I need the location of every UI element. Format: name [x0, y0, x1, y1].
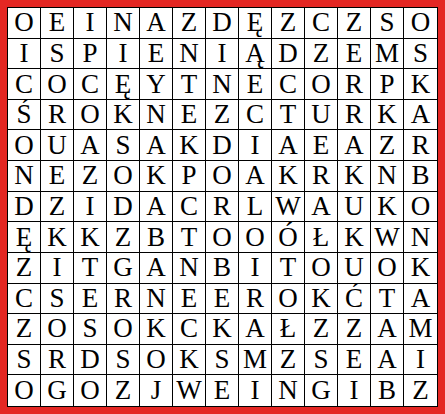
- grid-cell[interactable]: K: [338, 222, 371, 253]
- grid-cell[interactable]: Z: [305, 314, 338, 345]
- grid-cell[interactable]: S: [404, 39, 437, 70]
- grid-cell[interactable]: K: [272, 161, 305, 192]
- grid-cell[interactable]: I: [8, 39, 41, 70]
- grid-cell[interactable]: Z: [8, 314, 41, 345]
- grid-cell[interactable]: D: [107, 192, 140, 223]
- grid-cell[interactable]: N: [173, 253, 206, 284]
- grid-cell[interactable]: G: [107, 253, 140, 284]
- grid-cell[interactable]: K: [74, 222, 107, 253]
- grid-cell[interactable]: Ą: [239, 39, 272, 70]
- grid-cell[interactable]: U: [305, 100, 338, 131]
- grid-cell[interactable]: C: [305, 8, 338, 39]
- grid-cell[interactable]: O: [371, 253, 404, 284]
- grid-cell[interactable]: I: [206, 39, 239, 70]
- grid-cell[interactable]: E: [305, 130, 338, 161]
- grid-cell[interactable]: R: [107, 284, 140, 315]
- grid-cell[interactable]: K: [371, 192, 404, 223]
- grid-cell[interactable]: O: [272, 284, 305, 315]
- grid-cell[interactable]: O: [140, 345, 173, 376]
- word-search-board: OEINAZDĘZCZSOISPIENIĄDZEMSCOCĘYTNECORPKŚ…: [0, 0, 445, 414]
- grid-cell[interactable]: O: [305, 253, 338, 284]
- grid-cell[interactable]: K: [404, 253, 437, 284]
- grid-cell[interactable]: O: [107, 161, 140, 192]
- grid-cell[interactable]: Ł: [305, 222, 338, 253]
- grid-cell[interactable]: O: [74, 375, 107, 406]
- grid-cell[interactable]: G: [41, 375, 74, 406]
- grid-cell[interactable]: O: [8, 8, 41, 39]
- grid-cell[interactable]: K: [107, 100, 140, 131]
- grid-cell[interactable]: B: [404, 161, 437, 192]
- grid-cell[interactable]: O: [41, 314, 74, 345]
- grid-cell[interactable]: R: [338, 69, 371, 100]
- grid-cell[interactable]: I: [107, 39, 140, 70]
- grid-cell[interactable]: I: [404, 345, 437, 376]
- grid-cell[interactable]: D: [8, 192, 41, 223]
- grid-cell[interactable]: A: [404, 100, 437, 131]
- grid-cell[interactable]: Ę: [8, 222, 41, 253]
- grid-cell[interactable]: N: [107, 8, 140, 39]
- grid-cell[interactable]: R: [41, 100, 74, 131]
- grid-cell[interactable]: O: [305, 69, 338, 100]
- grid-cell[interactable]: O: [206, 222, 239, 253]
- grid-cell[interactable]: K: [173, 130, 206, 161]
- grid-cell[interactable]: B: [140, 222, 173, 253]
- grid-cell[interactable]: Ę: [107, 69, 140, 100]
- grid-cell[interactable]: G: [305, 375, 338, 406]
- grid-cell[interactable]: I: [41, 253, 74, 284]
- grid-cell[interactable]: T: [371, 284, 404, 315]
- grid-cell[interactable]: A: [371, 314, 404, 345]
- grid-cell[interactable]: S: [305, 345, 338, 376]
- grid-cell[interactable]: T: [272, 100, 305, 131]
- grid-cell[interactable]: Z: [107, 222, 140, 253]
- grid-cell[interactable]: Z: [173, 8, 206, 39]
- grid-cell[interactable]: C: [8, 69, 41, 100]
- grid-cell[interactable]: A: [338, 130, 371, 161]
- grid-cell[interactable]: M: [371, 39, 404, 70]
- grid-cell[interactable]: O: [8, 375, 41, 406]
- grid-cell[interactable]: R: [239, 284, 272, 315]
- grid-cell[interactable]: E: [338, 39, 371, 70]
- grid-cell[interactable]: E: [173, 100, 206, 131]
- grid-cell[interactable]: M: [239, 345, 272, 376]
- grid-cell[interactable]: R: [338, 100, 371, 131]
- grid-cell[interactable]: Z: [74, 161, 107, 192]
- grid-cell[interactable]: E: [206, 375, 239, 406]
- grid-cell[interactable]: P: [371, 69, 404, 100]
- grid-cell[interactable]: O: [74, 100, 107, 131]
- grid-cell[interactable]: E: [206, 284, 239, 315]
- grid-cell[interactable]: N: [272, 375, 305, 406]
- grid-cell[interactable]: A: [371, 345, 404, 376]
- grid-cell[interactable]: Ć: [338, 284, 371, 315]
- grid-cell[interactable]: U: [338, 192, 371, 223]
- grid-cell[interactable]: R: [41, 345, 74, 376]
- grid-cell[interactable]: O: [404, 192, 437, 223]
- grid-cell[interactable]: Z: [338, 314, 371, 345]
- grid-cell[interactable]: Z: [107, 375, 140, 406]
- grid-cell[interactable]: K: [305, 284, 338, 315]
- grid-cell[interactable]: E: [239, 69, 272, 100]
- grid-cell[interactable]: P: [74, 39, 107, 70]
- grid-cell[interactable]: I: [239, 130, 272, 161]
- grid-cell[interactable]: Z: [338, 8, 371, 39]
- grid-cell[interactable]: D: [206, 130, 239, 161]
- grid-cell[interactable]: E: [41, 8, 74, 39]
- grid-cell[interactable]: I: [239, 375, 272, 406]
- grid-cell[interactable]: N: [404, 222, 437, 253]
- grid-cell[interactable]: P: [173, 161, 206, 192]
- grid-cell[interactable]: A: [140, 8, 173, 39]
- grid-cell[interactable]: T: [173, 69, 206, 100]
- grid-cell[interactable]: Ś: [8, 100, 41, 131]
- grid-cell[interactable]: D: [272, 39, 305, 70]
- grid-cell[interactable]: R: [404, 130, 437, 161]
- letter-grid: OEINAZDĘZCZSOISPIENIĄDZEMSCOCĘYTNECORPKŚ…: [7, 7, 438, 407]
- grid-cell[interactable]: A: [305, 192, 338, 223]
- grid-cell[interactable]: B: [206, 253, 239, 284]
- grid-cell[interactable]: R: [206, 192, 239, 223]
- grid-cell[interactable]: S: [8, 345, 41, 376]
- grid-cell[interactable]: R: [305, 161, 338, 192]
- grid-cell[interactable]: N: [206, 69, 239, 100]
- grid-cell[interactable]: Z: [272, 8, 305, 39]
- grid-cell[interactable]: L: [239, 192, 272, 223]
- grid-cell[interactable]: Ł: [272, 314, 305, 345]
- grid-cell[interactable]: W: [173, 375, 206, 406]
- grid-cell[interactable]: O: [8, 130, 41, 161]
- grid-cell[interactable]: S: [74, 314, 107, 345]
- grid-cell[interactable]: E: [41, 161, 74, 192]
- grid-cell[interactable]: S: [371, 8, 404, 39]
- grid-cell[interactable]: E: [140, 39, 173, 70]
- grid-cell[interactable]: T: [74, 253, 107, 284]
- grid-cell[interactable]: K: [371, 100, 404, 131]
- grid-cell[interactable]: U: [41, 130, 74, 161]
- grid-cell[interactable]: U: [338, 253, 371, 284]
- grid-cell[interactable]: O: [107, 314, 140, 345]
- grid-cell[interactable]: A: [74, 130, 107, 161]
- grid-cell[interactable]: S: [206, 345, 239, 376]
- grid-cell[interactable]: Ó: [272, 222, 305, 253]
- grid-cell[interactable]: K: [41, 222, 74, 253]
- grid-cell[interactable]: A: [404, 284, 437, 315]
- grid-cell[interactable]: D: [74, 345, 107, 376]
- grid-cell[interactable]: K: [173, 345, 206, 376]
- grid-cell[interactable]: W: [272, 192, 305, 223]
- grid-cell[interactable]: S: [41, 284, 74, 315]
- grid-cell[interactable]: Z: [305, 39, 338, 70]
- grid-cell[interactable]: N: [8, 161, 41, 192]
- grid-cell[interactable]: A: [239, 314, 272, 345]
- grid-cell[interactable]: C: [239, 100, 272, 131]
- grid-cell[interactable]: O: [404, 8, 437, 39]
- grid-cell[interactable]: Y: [140, 69, 173, 100]
- grid-cell[interactable]: O: [41, 69, 74, 100]
- grid-cell[interactable]: N: [140, 100, 173, 131]
- grid-cell[interactable]: K: [140, 314, 173, 345]
- grid-cell[interactable]: S: [107, 345, 140, 376]
- grid-cell[interactable]: C: [173, 192, 206, 223]
- grid-cell[interactable]: A: [140, 130, 173, 161]
- grid-cell[interactable]: J: [140, 375, 173, 406]
- grid-cell[interactable]: E: [338, 345, 371, 376]
- grid-cell[interactable]: K: [404, 69, 437, 100]
- grid-cell[interactable]: C: [74, 69, 107, 100]
- grid-cell[interactable]: A: [140, 253, 173, 284]
- grid-cell[interactable]: E: [74, 284, 107, 315]
- grid-cell[interactable]: N: [140, 284, 173, 315]
- grid-cell[interactable]: Z: [8, 253, 41, 284]
- grid-cell[interactable]: E: [173, 284, 206, 315]
- grid-cell[interactable]: O: [206, 161, 239, 192]
- grid-cell[interactable]: T: [272, 253, 305, 284]
- grid-cell[interactable]: A: [140, 192, 173, 223]
- grid-cell[interactable]: A: [272, 130, 305, 161]
- grid-cell[interactable]: C: [272, 69, 305, 100]
- grid-cell[interactable]: M: [404, 314, 437, 345]
- grid-cell[interactable]: T: [173, 222, 206, 253]
- grid-cell[interactable]: I: [338, 375, 371, 406]
- grid-cell[interactable]: Z: [272, 345, 305, 376]
- grid-cell[interactable]: C: [8, 284, 41, 315]
- grid-cell[interactable]: Z: [371, 130, 404, 161]
- grid-cell[interactable]: K: [338, 161, 371, 192]
- grid-cell[interactable]: N: [173, 39, 206, 70]
- grid-cell[interactable]: B: [371, 375, 404, 406]
- grid-cell[interactable]: Z: [404, 375, 437, 406]
- grid-cell[interactable]: Z: [41, 192, 74, 223]
- grid-cell[interactable]: D: [206, 8, 239, 39]
- grid-cell[interactable]: S: [41, 39, 74, 70]
- grid-cell[interactable]: I: [239, 253, 272, 284]
- grid-cell[interactable]: S: [107, 130, 140, 161]
- grid-cell[interactable]: K: [206, 314, 239, 345]
- grid-cell[interactable]: Ę: [239, 8, 272, 39]
- grid-cell[interactable]: N: [371, 161, 404, 192]
- grid-cell[interactable]: O: [239, 222, 272, 253]
- grid-cell[interactable]: C: [173, 314, 206, 345]
- grid-cell[interactable]: Z: [206, 100, 239, 131]
- grid-cell[interactable]: K: [140, 161, 173, 192]
- grid-cell[interactable]: I: [74, 192, 107, 223]
- grid-cell[interactable]: W: [371, 222, 404, 253]
- grid-cell[interactable]: A: [239, 161, 272, 192]
- grid-cell[interactable]: I: [74, 8, 107, 39]
